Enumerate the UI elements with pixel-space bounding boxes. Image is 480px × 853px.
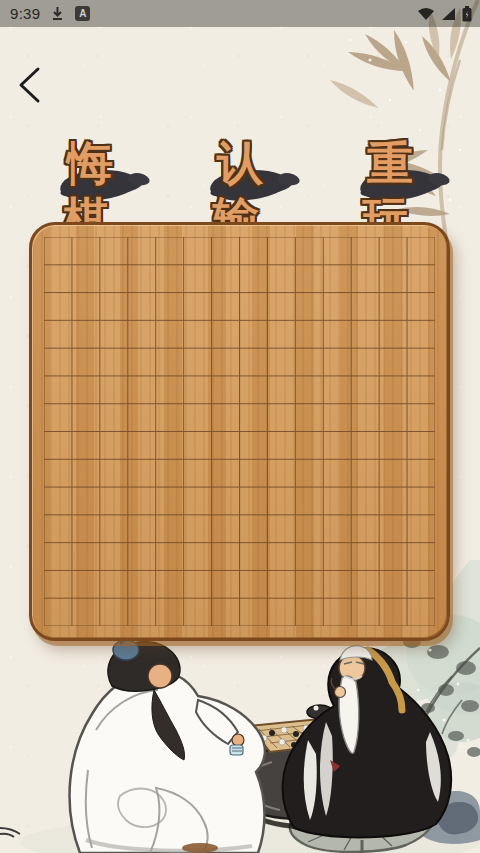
letter-a-icon: A — [75, 6, 90, 21]
left-player — [70, 638, 265, 853]
app-screen: 9:39 A 悔棋 — [0, 0, 480, 853]
action-button-row: 悔棋 认输 重玩 — [0, 130, 480, 208]
grass — [0, 828, 20, 837]
cellular-signal-icon — [441, 7, 456, 21]
replay-button[interactable]: 重玩 — [334, 134, 446, 204]
clock: 9:39 — [10, 5, 40, 22]
download-icon — [50, 6, 65, 21]
undo-button[interactable]: 悔棋 — [34, 134, 146, 204]
wifi-icon — [417, 7, 435, 21]
game-board[interactable] — [29, 222, 450, 641]
resign-button[interactable]: 认输 — [184, 134, 296, 204]
battery-charging-icon — [462, 6, 472, 22]
back-button[interactable] — [14, 64, 48, 106]
board-grid — [44, 237, 435, 626]
status-bar: 9:39 A — [0, 0, 480, 27]
